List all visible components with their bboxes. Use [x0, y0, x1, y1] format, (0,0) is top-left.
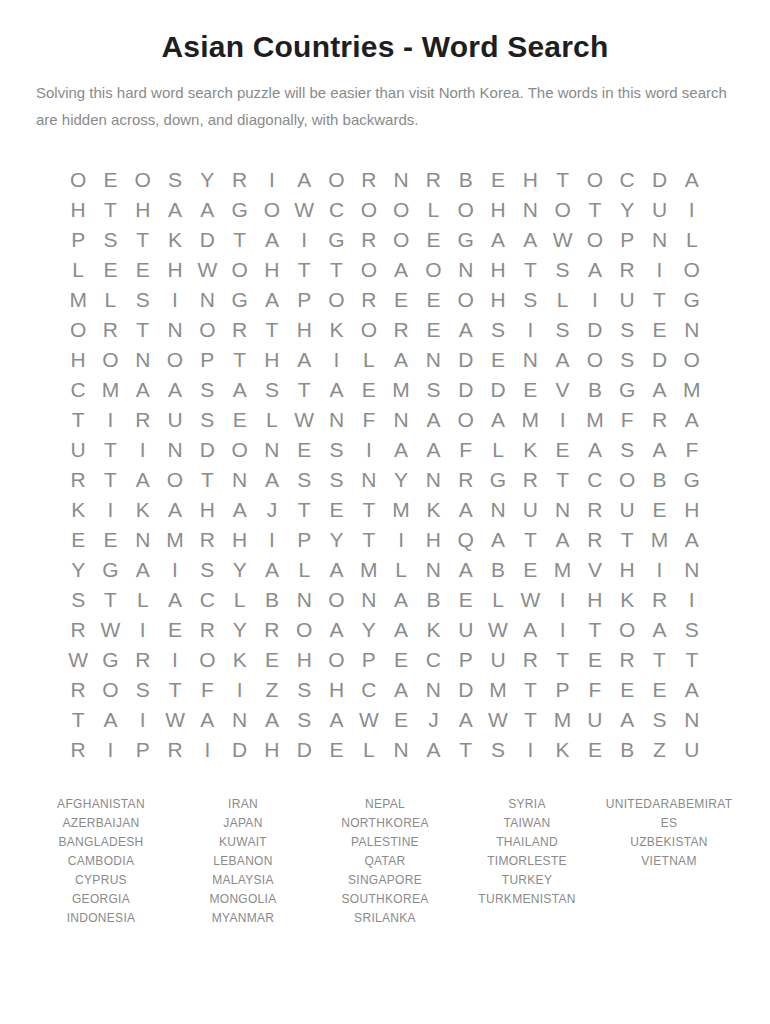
word-item: KUWAIT [176, 833, 310, 852]
grid-cell: O [191, 315, 223, 345]
grid-cell: I [159, 285, 191, 315]
grid-cell: H [514, 165, 546, 195]
grid-cell: A [417, 435, 449, 465]
grid-cell: H [256, 255, 288, 285]
grid-cell: A [417, 735, 449, 765]
grid-cell: G [223, 285, 255, 315]
grid-cell: I [159, 555, 191, 585]
word-item: THAILAND [460, 833, 594, 852]
grid-cell: N [514, 345, 546, 375]
grid-cell: H [579, 585, 611, 615]
grid-cell: A [256, 555, 288, 585]
grid-cell: I [320, 345, 352, 375]
grid-cell: M [546, 705, 578, 735]
grid-cell: M [385, 495, 417, 525]
grid-cell: I [288, 225, 320, 255]
grid-cell: P [353, 645, 385, 675]
grid-cell: O [94, 345, 126, 375]
grid-cell: C [191, 585, 223, 615]
grid-cell: B [482, 555, 514, 585]
word-item: UZBEKISTAN [602, 833, 736, 852]
grid-cell: E [611, 675, 643, 705]
grid-cell: D [223, 735, 255, 765]
grid-cell: R [353, 285, 385, 315]
grid-cell: B [643, 465, 675, 495]
grid-cell: O [127, 165, 159, 195]
grid-cell: R [62, 735, 94, 765]
grid-cell: A [514, 225, 546, 255]
grid-cell: N [288, 585, 320, 615]
grid-cell: O [579, 345, 611, 375]
grid-cell: A [320, 555, 352, 585]
grid-cell: M [514, 405, 546, 435]
grid-cell: Y [191, 165, 223, 195]
grid-cell: T [546, 465, 578, 495]
grid-cell: K [127, 495, 159, 525]
grid-cell: W [482, 615, 514, 645]
grid-cell: O [320, 285, 352, 315]
word-item: QATAR [318, 852, 452, 871]
grid-cell: A [94, 705, 126, 735]
grid-cell: R [353, 225, 385, 255]
grid-cell: H [191, 495, 223, 525]
grid-cell: O [320, 645, 352, 675]
grid-cell: R [385, 315, 417, 345]
grid-cell: G [320, 225, 352, 255]
grid-cell: D [288, 735, 320, 765]
grid-cell: R [514, 465, 546, 495]
grid-cell: T [159, 675, 191, 705]
grid-cell: O [353, 255, 385, 285]
grid-cell: R [223, 165, 255, 195]
grid-cell: A [450, 315, 482, 345]
grid-cell: I [94, 735, 126, 765]
grid-cell: I [385, 525, 417, 555]
grid-cell: D [579, 315, 611, 345]
grid-cell: O [450, 405, 482, 435]
grid-cell: O [579, 225, 611, 255]
grid-cell: T [94, 195, 126, 225]
grid-cell: N [353, 585, 385, 615]
grid-cell: H [482, 255, 514, 285]
grid-cell: D [450, 675, 482, 705]
grid-cell: U [514, 495, 546, 525]
grid-cell: R [62, 615, 94, 645]
grid-cell: N [353, 465, 385, 495]
grid-cell: N [223, 465, 255, 495]
grid-cell: A [288, 345, 320, 375]
grid-cell: A [643, 435, 675, 465]
grid-cell: P [127, 735, 159, 765]
grid-cell: B [579, 375, 611, 405]
grid-cell: O [288, 615, 320, 645]
grid-cell: A [127, 465, 159, 495]
grid-cell: T [127, 225, 159, 255]
grid-cell: A [385, 345, 417, 375]
grid-cell: S [191, 405, 223, 435]
grid-cell: A [256, 285, 288, 315]
grid-cell: A [320, 705, 352, 735]
grid-cell: C [611, 165, 643, 195]
grid-cell: G [450, 225, 482, 255]
grid-cell: W [514, 585, 546, 615]
grid-cell: A [643, 375, 675, 405]
grid-cell: O [191, 645, 223, 675]
grid-cell: Y [611, 195, 643, 225]
puzzle-page: Asian Countries - Word Search Solving th… [0, 30, 770, 1024]
word-list-column: IRANJAPANKUWAITLEBANONMALAYSIAMONGOLIAMY… [176, 795, 310, 928]
grid-cell: E [94, 525, 126, 555]
grid-cell: S [643, 705, 675, 735]
grid-cell: G [223, 195, 255, 225]
grid-cell: W [482, 705, 514, 735]
grid-cell: P [288, 525, 320, 555]
grid-cell: N [482, 495, 514, 525]
grid-cell: A [256, 465, 288, 495]
grid-cell: T [611, 525, 643, 555]
word-item: BANGLADESH [34, 833, 168, 852]
grid-cell: G [94, 555, 126, 585]
grid-cell: K [159, 225, 191, 255]
grid-cell: O [450, 195, 482, 225]
grid-cell: F [450, 435, 482, 465]
grid-cell: D [191, 225, 223, 255]
grid-cell: E [417, 315, 449, 345]
grid-cell: L [94, 285, 126, 315]
grid-cell: O [611, 615, 643, 645]
grid-cell: T [288, 375, 320, 405]
grid-cell: L [353, 345, 385, 375]
grid-cell: T [450, 735, 482, 765]
grid-cell: H [62, 345, 94, 375]
grid-cell: F [191, 675, 223, 705]
grid-cell: Y [223, 555, 255, 585]
grid-cell: T [62, 705, 94, 735]
grid-cell: P [611, 225, 643, 255]
grid-cell: T [546, 165, 578, 195]
word-item: AZERBAIJAN [34, 814, 168, 833]
grid-cell: N [417, 555, 449, 585]
grid-cell: W [191, 255, 223, 285]
grid-cell: T [256, 315, 288, 345]
grid-cell: E [320, 735, 352, 765]
grid-cell: A [127, 555, 159, 585]
grid-cell: R [127, 405, 159, 435]
grid-cell: N [417, 465, 449, 495]
grid-cell: H [288, 315, 320, 345]
grid-cell: O [579, 165, 611, 195]
grid-cell: I [676, 195, 708, 225]
grid-cell: N [676, 315, 708, 345]
grid-cell: T [643, 285, 675, 315]
grid-cell: S [546, 255, 578, 285]
grid-cell: E [546, 435, 578, 465]
grid-cell: W [353, 705, 385, 735]
grid-cell: R [353, 165, 385, 195]
grid-cell: A [579, 255, 611, 285]
grid-cell: T [546, 645, 578, 675]
grid-cell: T [353, 525, 385, 555]
grid-cell: N [191, 285, 223, 315]
grid-cell: Q [450, 525, 482, 555]
grid-cell: T [514, 255, 546, 285]
grid-cell: P [546, 675, 578, 705]
grid-cell: S [514, 285, 546, 315]
grid-cell: D [482, 375, 514, 405]
grid-cell: L [385, 555, 417, 585]
grid-cell: G [611, 375, 643, 405]
grid-cell: T [62, 405, 94, 435]
grid-cell: U [482, 645, 514, 675]
grid-cell: I [223, 675, 255, 705]
grid-cell: F [579, 675, 611, 705]
word-search-grid: OEOSYRIAORNRBEHTOCDAHTHAAGOWCOOLOHNOTYUI… [62, 165, 708, 765]
grid-cell: A [159, 495, 191, 525]
grid-cell: N [159, 435, 191, 465]
grid-cell: S [62, 585, 94, 615]
grid-cell: Y [62, 555, 94, 585]
word-list-column: SYRIATAIWANTHAILANDTIMORLESTETURKEYTURKM… [460, 795, 594, 928]
grid-cell: H [417, 525, 449, 555]
grid-cell: N [417, 675, 449, 705]
word-list: AFGHANISTANAZERBAIJANBANGLADESHCAMBODIAC… [0, 795, 770, 928]
grid-cell: J [417, 705, 449, 735]
grid-cell: I [676, 585, 708, 615]
grid-cell: T [223, 345, 255, 375]
grid-cell: O [450, 285, 482, 315]
grid-cell: N [385, 165, 417, 195]
grid-cell: O [320, 165, 352, 195]
grid-cell: H [127, 195, 159, 225]
grid-cell: H [676, 495, 708, 525]
grid-cell: D [191, 435, 223, 465]
grid-cell: S [94, 225, 126, 255]
word-item: UNITEDARABEMIRATES [602, 795, 736, 833]
grid-cell: N [417, 345, 449, 375]
grid-cell: H [62, 195, 94, 225]
grid-cell: O [385, 225, 417, 255]
grid-cell: E [159, 615, 191, 645]
grid-cell: O [223, 255, 255, 285]
grid-cell: T [353, 495, 385, 525]
grid-cell: R [579, 525, 611, 555]
grid-cell: U [450, 615, 482, 645]
grid-cell: T [223, 225, 255, 255]
grid-cell: P [288, 285, 320, 315]
grid-cell: P [191, 345, 223, 375]
grid-cell: U [159, 405, 191, 435]
grid-cell: A [385, 435, 417, 465]
word-item: PALESTINE [318, 833, 452, 852]
grid-cell: Z [643, 735, 675, 765]
grid-cell: O [385, 195, 417, 225]
grid-cell: L [546, 285, 578, 315]
word-list-column: AFGHANISTANAZERBAIJANBANGLADESHCAMBODIAC… [34, 795, 168, 928]
grid-cell: E [94, 165, 126, 195]
grid-cell: T [643, 645, 675, 675]
grid-cell: W [546, 225, 578, 255]
word-item: TURKMENISTAN [460, 890, 594, 909]
grid-cell: W [62, 645, 94, 675]
grid-cell: M [62, 285, 94, 315]
grid-cell: M [579, 405, 611, 435]
grid-cell: S [546, 315, 578, 345]
grid-cell: R [62, 465, 94, 495]
grid-cell: R [62, 675, 94, 705]
grid-cell: A [450, 705, 482, 735]
grid-cell: A [223, 375, 255, 405]
grid-cell: U [611, 495, 643, 525]
grid-cell: E [482, 165, 514, 195]
grid-cell: S [288, 705, 320, 735]
grid-cell: D [450, 375, 482, 405]
grid-cell: H [320, 675, 352, 705]
grid-cell: C [320, 195, 352, 225]
grid-cell: O [546, 195, 578, 225]
grid-cell: H [223, 525, 255, 555]
grid-cell: S [611, 315, 643, 345]
grid-cell: R [94, 315, 126, 345]
grid-cell: H [482, 195, 514, 225]
grid-cell: A [159, 195, 191, 225]
grid-cell: A [482, 405, 514, 435]
grid-cell: A [385, 255, 417, 285]
grid-cell: R [611, 255, 643, 285]
grid-cell: I [127, 435, 159, 465]
grid-cell: V [546, 375, 578, 405]
grid-cell: T [94, 435, 126, 465]
grid-cell: B [450, 165, 482, 195]
grid-cell: A [546, 525, 578, 555]
grid-cell: O [256, 195, 288, 225]
grid-cell: E [288, 435, 320, 465]
grid-cell: O [353, 315, 385, 345]
grid-cell: S [482, 735, 514, 765]
grid-cell: G [94, 645, 126, 675]
grid-cell: H [482, 285, 514, 315]
grid-cell: I [159, 645, 191, 675]
grid-cell: A [385, 585, 417, 615]
grid-cell: B [256, 585, 288, 615]
grid-cell: E [385, 285, 417, 315]
grid-cell: E [256, 645, 288, 675]
grid-cell: S [611, 435, 643, 465]
grid-cell: Z [256, 675, 288, 705]
grid-cell: E [385, 645, 417, 675]
grid-cell: A [450, 495, 482, 525]
grid-cell: A [676, 525, 708, 555]
grid-cell: O [159, 345, 191, 375]
grid-cell: L [417, 195, 449, 225]
grid-cell: R [643, 585, 675, 615]
grid-cell: K [320, 315, 352, 345]
grid-cell: A [676, 675, 708, 705]
grid-cell: C [62, 375, 94, 405]
word-item: NORTHKOREA [318, 814, 452, 833]
grid-cell: K [611, 585, 643, 615]
grid-cell: C [353, 675, 385, 705]
word-item: INDONESIA [34, 909, 168, 928]
grid-cell: A [159, 375, 191, 405]
grid-cell: N [450, 255, 482, 285]
grid-cell: I [94, 495, 126, 525]
grid-cell: E [320, 495, 352, 525]
grid-cell: O [62, 315, 94, 345]
grid-cell: R [159, 735, 191, 765]
grid-cell: L [62, 255, 94, 285]
grid-cell: Y [353, 615, 385, 645]
grid-cell: S [482, 315, 514, 345]
grid-cell: L [223, 585, 255, 615]
grid-cell: I [643, 555, 675, 585]
word-item: MALAYSIA [176, 871, 310, 890]
grid-cell: S [159, 165, 191, 195]
word-item: TIMORLESTE [460, 852, 594, 871]
grid-cell: N [546, 495, 578, 525]
word-item: MYANMAR [176, 909, 310, 928]
word-item: SYRIA [460, 795, 594, 814]
word-item: TURKEY [460, 871, 594, 890]
grid-cell: U [611, 285, 643, 315]
grid-cell: E [579, 735, 611, 765]
grid-cell: S [320, 465, 352, 495]
grid-cell: A [256, 705, 288, 735]
grid-cell: V [579, 555, 611, 585]
grid-cell: T [288, 495, 320, 525]
grid-cell: R [579, 495, 611, 525]
grid-cell: W [94, 615, 126, 645]
word-item: SINGAPORE [318, 871, 452, 890]
grid-cell: I [514, 735, 546, 765]
grid-cell: O [320, 585, 352, 615]
grid-cell: U [579, 705, 611, 735]
grid-cell: O [676, 255, 708, 285]
grid-cell: R [514, 645, 546, 675]
grid-cell: E [514, 375, 546, 405]
grid-cell: W [159, 705, 191, 735]
grid-cell: E [643, 315, 675, 345]
grid-cell: O [94, 675, 126, 705]
grid-cell: T [320, 255, 352, 285]
grid-cell: B [611, 735, 643, 765]
grid-cell: E [385, 705, 417, 735]
grid-cell: U [62, 435, 94, 465]
grid-cell: S [288, 675, 320, 705]
grid-cell: N [320, 405, 352, 435]
grid-cell: E [450, 585, 482, 615]
grid-cell: T [127, 315, 159, 345]
grid-cell: A [417, 405, 449, 435]
grid-cell: N [127, 345, 159, 375]
word-list-column: NEPALNORTHKOREAPALESTINEQATARSINGAPORESO… [318, 795, 452, 928]
grid-cell: S [611, 345, 643, 375]
grid-cell: I [546, 405, 578, 435]
grid-cell: T [514, 675, 546, 705]
grid-cell: P [62, 225, 94, 255]
grid-cell: G [482, 465, 514, 495]
grid-cell: K [546, 735, 578, 765]
word-item: TAIWAN [460, 814, 594, 833]
grid-cell: R [256, 615, 288, 645]
grid-cell: I [546, 585, 578, 615]
grid-cell: S [256, 375, 288, 405]
grid-cell: T [579, 195, 611, 225]
grid-cell: L [482, 435, 514, 465]
grid-cell: E [94, 255, 126, 285]
grid-cell: C [417, 645, 449, 675]
grid-cell: N [514, 195, 546, 225]
grid-cell: M [546, 555, 578, 585]
